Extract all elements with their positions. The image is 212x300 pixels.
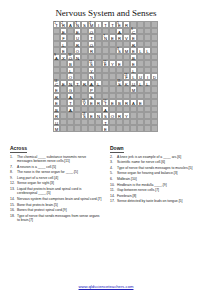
clue-item-text: Gap between nerve cells.[7] (117, 188, 202, 192)
blocked-cell (67, 125, 74, 132)
clue-item-text: Scientific name for nerve cell.[6] (117, 160, 202, 164)
clue-item: 14.Nervous system that comprises brain a… (10, 197, 102, 201)
page-title: Nervous System and Senses (0, 8, 212, 18)
clue-item: 1.The chemical ____ substance transmits … (10, 155, 102, 164)
clue-item-text: Long part of a nerve cell.[4] (17, 176, 102, 180)
clue-item-number: 9. (10, 176, 17, 180)
clue-item-text: Sense detected by taste buds on tongue.[… (117, 199, 202, 203)
clue-item: 18.Type of nerve that sends messages fro… (10, 214, 102, 223)
clue-item: 12.Sense organ for sight.[3] (10, 181, 102, 185)
clue-item-number: 18. (10, 214, 17, 223)
crossword-page: Nervous System and Senses 1T2RA3NS4MITT5… (0, 0, 212, 300)
clue-item-text: Bones that protect spinal cord.[9] (17, 208, 102, 212)
clue-item: 11.Gap between nerve cells.[7] (110, 188, 202, 192)
blocked-cell (137, 125, 144, 132)
clue-item: 7.A neuron is a ____ cell.[5] (10, 165, 102, 169)
clue-item-number: 8. (10, 170, 17, 174)
clue-item-text: Hindbrain is the medulla ____.[9] (117, 183, 202, 187)
clue-item-number: 2. (110, 155, 117, 159)
clue-item-number: 5. (110, 171, 117, 175)
clue-item-number: 11. (110, 188, 117, 192)
clue-item-text: The nose is the sense organ for ____.[5] (17, 170, 102, 174)
clue-item-number: 12. (10, 181, 17, 185)
blocked-cell (81, 125, 88, 132)
grid-cell[interactable]: M (53, 125, 60, 132)
grid-cell[interactable]: E (102, 125, 109, 132)
clue-item: 10.Hindbrain is the medulla ____.[9] (110, 183, 202, 187)
across-clue-list: 1.The chemical ____ substance transmits … (10, 155, 102, 223)
across-heading: Across (10, 145, 27, 153)
down-column: Down 2.A knee jerk is an example of a __… (110, 136, 202, 224)
clue-item-number: 10. (110, 183, 117, 187)
clue-item-text: A knee jerk is an example of a ____ arc.… (117, 155, 202, 159)
clue-item-number: 16. (10, 208, 17, 212)
clue-item-number: 14. (10, 197, 17, 201)
blocked-cell (130, 125, 137, 132)
clue-item-text: The chemical ____ substance transmits ne… (17, 155, 102, 164)
blocked-cell (151, 125, 158, 132)
clue-item: 6.Midbrain.[10] (110, 177, 202, 181)
blocked-cell (123, 125, 130, 132)
blocked-cell (109, 125, 116, 132)
clue-item-text: Sense organ for hearing and balance.[3] (117, 171, 202, 175)
clue-item: 16.Bones that protect spinal cord.[9] (10, 208, 102, 212)
clue-item-text: A neuron is a ____ cell.[5] (17, 165, 102, 169)
clue-item-text: Bone that protects brain.[5] (17, 203, 102, 207)
blocked-cell (144, 125, 151, 132)
clue-item: 14.Forebrain.[8] (110, 194, 202, 198)
clue-item-text: Liquid that protects brain and spinal co… (17, 187, 102, 196)
down-clue-list: 2.A knee jerk is an example of a ____ ar… (110, 155, 202, 204)
clue-item-text: Type of nerve that sends messages to mus… (117, 166, 202, 170)
footer-url-link[interactable]: www.qldscienceteachers.com (0, 284, 212, 289)
down-heading: Down (110, 145, 124, 153)
clue-item-text: Midbrain.[10] (117, 177, 202, 181)
clue-item: 15.Bone that protects brain.[5] (10, 203, 102, 207)
clue-item: 2.A knee jerk is an example of a ____ ar… (110, 155, 202, 159)
cell-letter: E (103, 127, 108, 132)
clue-item-text: Type of nerve that sends messages from s… (17, 214, 102, 223)
clue-item-number: 4. (110, 166, 117, 170)
clue-item: 13.Liquid that protects brain and spinal… (10, 187, 102, 196)
clue-item-text: Nervous system that comprises brain and … (17, 197, 102, 201)
crossword-grid: 1T2RA3NS4MITT5EREEOA6CFUT7NERVELROREOR8S… (53, 21, 158, 132)
clue-section: Across 1.The chemical ____ substance tra… (10, 136, 202, 224)
blocked-cell (88, 125, 95, 132)
clue-item-text: Forebrain.[8] (117, 194, 202, 198)
clue-item: 5.Sense organ for hearing and balance.[3… (110, 171, 202, 175)
blocked-cell (95, 125, 102, 132)
clue-item-number: 3. (110, 160, 117, 164)
clue-item-number: 6. (110, 177, 117, 181)
clue-item-number: 13. (10, 187, 17, 196)
clue-item-text: Sense organ for sight.[3] (17, 181, 102, 185)
blocked-cell (116, 125, 123, 132)
clue-item-number: 15. (10, 203, 17, 207)
clue-item-number: 1. (10, 155, 17, 164)
blocked-cell (60, 125, 67, 132)
clue-item: 17.Sense detected by taste buds on tongu… (110, 199, 202, 203)
clue-item: 8.The nose is the sense organ for ____.[… (10, 170, 102, 174)
cell-letter: M (54, 127, 59, 132)
across-column: Across 1.The chemical ____ substance tra… (10, 136, 102, 224)
clue-item-number: 17. (110, 199, 117, 203)
clue-item: 4.Type of nerve that sends messages to m… (110, 166, 202, 170)
clue-item-number: 14. (110, 194, 117, 198)
blocked-cell (74, 125, 81, 132)
clue-item: 9.Long part of a nerve cell.[4] (10, 176, 102, 180)
clue-item: 3.Scientific name for nerve cell.[6] (110, 160, 202, 164)
clue-item-number: 7. (10, 165, 17, 169)
